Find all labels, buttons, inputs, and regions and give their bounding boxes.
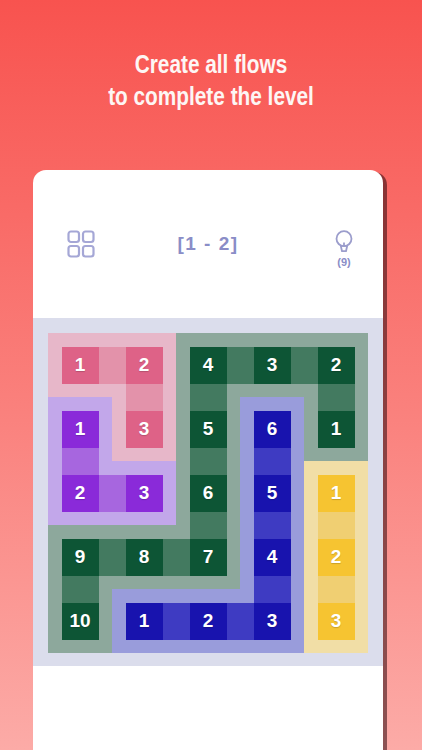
hint-count: (9) <box>337 256 350 268</box>
lightbulb-icon <box>333 230 355 255</box>
flow-yellow-connector <box>318 512 355 539</box>
flow-blue-connector <box>227 603 254 640</box>
flow-green-connector <box>227 347 254 384</box>
cell-r3c4-number-5[interactable]: 5 <box>254 475 291 512</box>
cell-r5c2-number-1[interactable]: 1 <box>126 603 163 640</box>
grid-icon <box>67 230 95 258</box>
cell-r4c5-number-2[interactable]: 2 <box>318 539 355 576</box>
cell-r5c5-number-3[interactable]: 3 <box>318 603 355 640</box>
flow-green-connector <box>190 384 227 411</box>
flow-green-connector <box>163 539 190 576</box>
page-title: Create all flows to complete the level <box>0 48 422 112</box>
cell-r2c1-number-1[interactable]: 1 <box>62 411 99 448</box>
flow-blue-connector <box>254 576 291 603</box>
flow-violet-connector <box>62 448 99 475</box>
cell-r2c5-number-1[interactable]: 1 <box>318 411 355 448</box>
cell-r4c4-number-4[interactable]: 4 <box>254 539 291 576</box>
flow-green-connector <box>99 539 126 576</box>
cell-r3c1-number-2[interactable]: 2 <box>62 475 99 512</box>
cell-r5c4-number-3[interactable]: 3 <box>254 603 291 640</box>
flow-blue-connector <box>163 603 190 640</box>
flow-pink-connector <box>126 384 163 411</box>
cell-r3c5-number-1[interactable]: 1 <box>318 475 355 512</box>
cell-r1c5-number-2[interactable]: 2 <box>318 347 355 384</box>
cell-r4c2-number-8[interactable]: 8 <box>126 539 163 576</box>
puzzle-board[interactable]: 12312312345678910123456123 <box>33 318 383 666</box>
cell-r1c3-number-4[interactable]: 4 <box>190 347 227 384</box>
cell-r1c1-number-1[interactable]: 1 <box>62 347 99 384</box>
flow-violet-connector <box>99 475 126 512</box>
title-line-2: to complete the level <box>42 80 380 112</box>
flow-blue-connector <box>254 512 291 539</box>
flow-green-connector <box>291 347 318 384</box>
cell-r2c2-number-3[interactable]: 3 <box>126 411 163 448</box>
flow-green-connector <box>318 384 355 411</box>
cell-r4c1-number-9[interactable]: 9 <box>62 539 99 576</box>
flow-green-connector <box>62 576 99 603</box>
flow-green-connector <box>190 512 227 539</box>
cell-r3c2-number-3[interactable]: 3 <box>126 475 163 512</box>
game-card: [1 - 2] (9) 12312312345678910123456123 <box>33 170 383 750</box>
game-header: [1 - 2] (9) <box>33 170 383 318</box>
board-inner: 12312312345678910123456123 <box>48 333 368 653</box>
flow-yellow-connector <box>318 576 355 603</box>
title-line-1: Create all flows <box>42 48 380 80</box>
levels-grid-button[interactable] <box>67 230 95 258</box>
hint-button[interactable]: (9) <box>333 230 355 268</box>
cell-r5c3-number-2[interactable]: 2 <box>190 603 227 640</box>
cell-r1c2-number-2[interactable]: 2 <box>126 347 163 384</box>
level-range-label: [1 - 2] <box>177 233 238 255</box>
cell-r5c1-number-10[interactable]: 10 <box>62 603 99 640</box>
cell-r1c4-number-3[interactable]: 3 <box>254 347 291 384</box>
cell-r3c3-number-6[interactable]: 6 <box>190 475 227 512</box>
app-screen: Create all flows to complete the level [… <box>0 0 422 750</box>
flow-green-connector <box>190 448 227 475</box>
flow-pink-connector <box>99 347 126 384</box>
cell-r2c3-number-5[interactable]: 5 <box>190 411 227 448</box>
cell-r2c4-number-6[interactable]: 6 <box>254 411 291 448</box>
flow-blue-connector <box>254 448 291 475</box>
cell-r4c3-number-7[interactable]: 7 <box>190 539 227 576</box>
